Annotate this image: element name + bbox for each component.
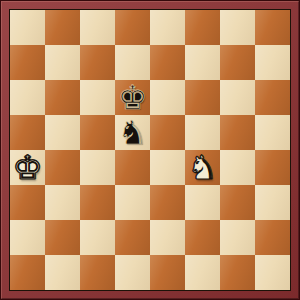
square-c3[interactable] xyxy=(80,185,115,220)
square-d7[interactable] xyxy=(115,45,150,80)
square-c6[interactable] xyxy=(80,80,115,115)
square-e3[interactable] xyxy=(150,185,185,220)
square-f2[interactable] xyxy=(185,220,220,255)
square-d6[interactable]: ♚ xyxy=(115,80,150,115)
square-a5[interactable] xyxy=(10,115,45,150)
square-a3[interactable] xyxy=(10,185,45,220)
square-d8[interactable] xyxy=(115,10,150,45)
square-c7[interactable] xyxy=(80,45,115,80)
square-f7[interactable] xyxy=(185,45,220,80)
square-e1[interactable] xyxy=(150,255,185,290)
square-h6[interactable] xyxy=(255,80,290,115)
square-c5[interactable] xyxy=(80,115,115,150)
square-a6[interactable] xyxy=(10,80,45,115)
square-e4[interactable] xyxy=(150,150,185,185)
piece-black-king[interactable]: ♚ xyxy=(118,80,148,115)
square-g2[interactable] xyxy=(220,220,255,255)
square-f6[interactable] xyxy=(185,80,220,115)
chess-board: ♚♞♚♞ xyxy=(10,10,290,290)
square-b3[interactable] xyxy=(45,185,80,220)
square-b4[interactable] xyxy=(45,150,80,185)
square-a4[interactable]: ♚ xyxy=(10,150,45,185)
square-e2[interactable] xyxy=(150,220,185,255)
square-g5[interactable] xyxy=(220,115,255,150)
square-c1[interactable] xyxy=(80,255,115,290)
square-b7[interactable] xyxy=(45,45,80,80)
square-c2[interactable] xyxy=(80,220,115,255)
square-h5[interactable] xyxy=(255,115,290,150)
square-f4[interactable]: ♞ xyxy=(185,150,220,185)
square-a8[interactable] xyxy=(10,10,45,45)
square-h7[interactable] xyxy=(255,45,290,80)
square-g7[interactable] xyxy=(220,45,255,80)
board-border-line: ♚♞♚♞ xyxy=(9,9,291,291)
square-a7[interactable] xyxy=(10,45,45,80)
square-h2[interactable] xyxy=(255,220,290,255)
square-d5[interactable]: ♞ xyxy=(115,115,150,150)
square-g4[interactable] xyxy=(220,150,255,185)
square-h1[interactable] xyxy=(255,255,290,290)
square-h8[interactable] xyxy=(255,10,290,45)
square-f8[interactable] xyxy=(185,10,220,45)
square-d4[interactable] xyxy=(115,150,150,185)
square-h3[interactable] xyxy=(255,185,290,220)
square-g1[interactable] xyxy=(220,255,255,290)
square-c4[interactable] xyxy=(80,150,115,185)
square-e5[interactable] xyxy=(150,115,185,150)
square-e7[interactable] xyxy=(150,45,185,80)
square-f1[interactable] xyxy=(185,255,220,290)
square-b2[interactable] xyxy=(45,220,80,255)
square-f3[interactable] xyxy=(185,185,220,220)
square-g3[interactable] xyxy=(220,185,255,220)
square-d1[interactable] xyxy=(115,255,150,290)
square-g8[interactable] xyxy=(220,10,255,45)
piece-white-knight[interactable]: ♞ xyxy=(188,150,218,185)
square-a2[interactable] xyxy=(10,220,45,255)
square-b5[interactable] xyxy=(45,115,80,150)
square-b8[interactable] xyxy=(45,10,80,45)
square-g6[interactable] xyxy=(220,80,255,115)
square-b1[interactable] xyxy=(45,255,80,290)
square-e8[interactable] xyxy=(150,10,185,45)
square-d2[interactable] xyxy=(115,220,150,255)
square-e6[interactable] xyxy=(150,80,185,115)
board-frame: ♚♞♚♞ xyxy=(0,0,300,300)
square-b6[interactable] xyxy=(45,80,80,115)
square-a1[interactable] xyxy=(10,255,45,290)
piece-white-king[interactable]: ♚ xyxy=(13,150,43,185)
square-f5[interactable] xyxy=(185,115,220,150)
square-c8[interactable] xyxy=(80,10,115,45)
piece-black-knight[interactable]: ♞ xyxy=(118,115,148,150)
square-h4[interactable] xyxy=(255,150,290,185)
square-d3[interactable] xyxy=(115,185,150,220)
